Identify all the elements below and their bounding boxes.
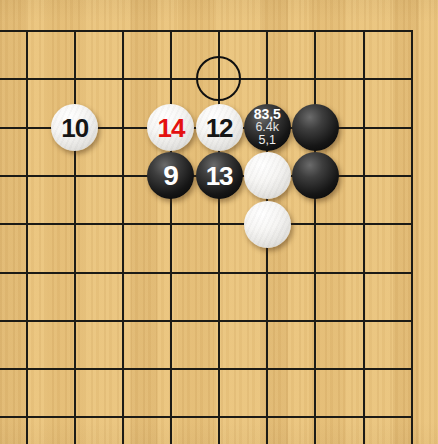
stone-move-number: 9: [163, 162, 179, 190]
stone-white[interactable]: [244, 152, 291, 199]
stone-move-number: 12: [206, 115, 233, 141]
grid-line-horizontal: [0, 223, 413, 225]
grid-line-horizontal: [0, 416, 413, 418]
grid-line-vertical: [363, 30, 365, 444]
stone-white[interactable]: 12: [196, 104, 243, 151]
grid-line-vertical: [122, 30, 124, 444]
stone-black[interactable]: [292, 152, 339, 199]
stone-white[interactable]: 10: [51, 104, 98, 151]
grid-line-vertical: [170, 30, 172, 444]
grid-line-vertical: [411, 30, 413, 444]
go-board[interactable]: 10141283,56.4k5,1913: [0, 0, 438, 444]
stone-black[interactable]: 83,56.4k5,1: [244, 104, 291, 151]
ai-analysis-line: 5,1: [259, 134, 276, 147]
grid-line-horizontal: [0, 368, 413, 370]
grid-line-horizontal: [0, 30, 413, 32]
stone-white[interactable]: [244, 201, 291, 248]
circle-marker[interactable]: [196, 56, 241, 101]
ai-analysis-line: 6.4k: [255, 121, 279, 134]
ai-analysis-text: 83,56.4k5,1: [254, 107, 281, 147]
stone-white[interactable]: 14: [147, 104, 194, 151]
stone-black[interactable]: 9: [147, 152, 194, 199]
grid-line-vertical: [26, 30, 28, 444]
stone-black[interactable]: 13: [196, 152, 243, 199]
grid-line-horizontal: [0, 320, 413, 322]
grid-line-vertical: [74, 30, 76, 444]
stone-move-number: 14: [157, 115, 184, 141]
stone-move-number: 13: [206, 163, 233, 189]
stone-move-number: 10: [61, 115, 88, 141]
grid-line-horizontal: [0, 272, 413, 274]
stone-black[interactable]: [292, 104, 339, 151]
ai-analysis-line: 83,5: [254, 107, 281, 121]
grid-line-vertical: [314, 30, 316, 444]
